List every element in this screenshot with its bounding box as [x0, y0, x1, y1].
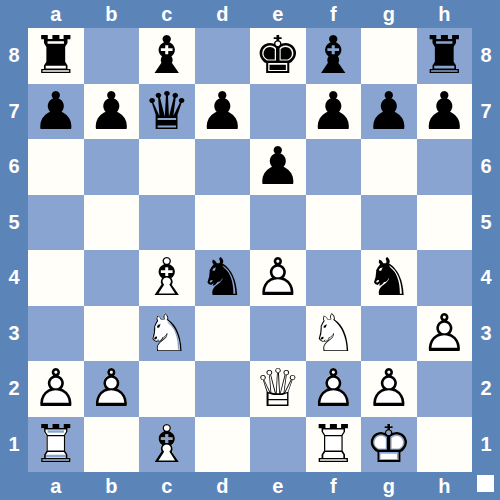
square-d3[interactable]	[195, 306, 251, 362]
piece-white-king[interactable]: ♚♔	[361, 417, 417, 473]
square-g6[interactable]	[361, 139, 417, 195]
piece-fill-layer: ♟	[306, 84, 362, 140]
square-e6[interactable]: ♟	[250, 139, 306, 195]
square-f4[interactable]	[306, 250, 362, 306]
square-h4[interactable]	[417, 250, 473, 306]
rank-label-3-left: 3	[0, 306, 28, 362]
piece-fill-layer: ♟	[195, 84, 251, 140]
square-g3[interactable]	[361, 306, 417, 362]
piece-outline-layer: ♖	[28, 417, 84, 473]
rank-label-5-left: 5	[0, 195, 28, 251]
piece-black-queen[interactable]: ♛	[139, 84, 195, 140]
square-g8[interactable]	[361, 28, 417, 84]
piece-outline-layer: ♘	[306, 306, 362, 362]
file-label-b-bottom: b	[84, 472, 140, 500]
square-a8[interactable]: ♜	[28, 28, 84, 84]
piece-black-pawn[interactable]: ♟	[28, 84, 84, 140]
square-b6[interactable]	[84, 139, 140, 195]
rank-label-8-right: 8	[472, 28, 500, 84]
rank-label-8-left: 8	[0, 28, 28, 84]
white-to-move-indicator	[477, 475, 494, 492]
square-f7[interactable]: ♟	[306, 84, 362, 140]
rank-label-6-left: 6	[0, 139, 28, 195]
piece-black-pawn[interactable]: ♟	[250, 139, 306, 195]
piece-white-bishop[interactable]: ♝♗	[139, 417, 195, 473]
square-g5[interactable]	[361, 195, 417, 251]
piece-fill-layer: ♚	[250, 28, 306, 84]
file-label-a-bottom: a	[28, 472, 84, 500]
piece-fill-layer: ♞	[195, 250, 251, 306]
piece-fill-layer: ♟	[417, 84, 473, 140]
piece-black-pawn[interactable]: ♟	[306, 84, 362, 140]
square-b8[interactable]	[84, 28, 140, 84]
square-b2[interactable]: ♟♙	[84, 361, 140, 417]
piece-white-pawn[interactable]: ♟♙	[306, 361, 362, 417]
square-c8[interactable]: ♝	[139, 28, 195, 84]
piece-fill-layer: ♝	[139, 28, 195, 84]
square-e8[interactable]: ♚	[250, 28, 306, 84]
piece-white-rook[interactable]: ♜♖	[306, 417, 362, 473]
piece-white-knight[interactable]: ♞♘	[306, 306, 362, 362]
piece-outline-layer: ♙	[361, 361, 417, 417]
piece-fill-layer: ♞	[361, 250, 417, 306]
file-label-e-bottom: e	[250, 472, 306, 500]
piece-white-pawn[interactable]: ♟♙	[250, 250, 306, 306]
square-e1[interactable]	[250, 417, 306, 473]
rank-label-2-right: 2	[472, 361, 500, 417]
piece-fill-layer: ♜	[28, 28, 84, 84]
square-a1[interactable]: ♜♖	[28, 417, 84, 473]
file-label-c-top: c	[139, 0, 195, 28]
piece-white-pawn[interactable]: ♟♙	[84, 361, 140, 417]
square-a7[interactable]: ♟	[28, 84, 84, 140]
square-d4[interactable]: ♞	[195, 250, 251, 306]
square-f2[interactable]: ♟♙	[306, 361, 362, 417]
rank-label-1-right: 1	[472, 417, 500, 473]
piece-outline-layer: ♕	[250, 361, 306, 417]
file-label-d-bottom: d	[195, 472, 251, 500]
square-b3[interactable]	[84, 306, 140, 362]
piece-black-pawn[interactable]: ♟	[417, 84, 473, 140]
file-label-g-bottom: g	[361, 472, 417, 500]
square-b4[interactable]	[84, 250, 140, 306]
square-c2[interactable]	[139, 361, 195, 417]
piece-outline-layer: ♘	[139, 306, 195, 362]
piece-black-bishop[interactable]: ♝	[139, 28, 195, 84]
square-g2[interactable]: ♟♙	[361, 361, 417, 417]
square-e2[interactable]: ♛♕	[250, 361, 306, 417]
piece-white-knight[interactable]: ♞♘	[139, 306, 195, 362]
piece-white-pawn[interactable]: ♟♙	[28, 361, 84, 417]
rank-labels-right: 87654321	[472, 28, 500, 472]
piece-outline-layer: ♙	[28, 361, 84, 417]
square-h2[interactable]	[417, 361, 473, 417]
square-b5[interactable]	[84, 195, 140, 251]
square-h1[interactable]	[417, 417, 473, 473]
square-d1[interactable]	[195, 417, 251, 473]
rank-labels-left: 87654321	[0, 28, 28, 472]
piece-outline-layer: ♙	[250, 250, 306, 306]
piece-black-rook[interactable]: ♜	[417, 28, 473, 84]
piece-white-pawn[interactable]: ♟♙	[361, 361, 417, 417]
square-h8[interactable]: ♜	[417, 28, 473, 84]
rank-label-4-left: 4	[0, 250, 28, 306]
square-c6[interactable]	[139, 139, 195, 195]
file-label-e-top: e	[250, 0, 306, 28]
square-e4[interactable]: ♟♙	[250, 250, 306, 306]
piece-white-pawn[interactable]: ♟♙	[417, 306, 473, 362]
chess-board: ♜♝♚♝♜♟♟♛♟♟♟♟♟♝♗♞♟♙♞♞♘♞♘♟♙♟♙♟♙♛♕♟♙♟♙♜♖♝♗♜…	[28, 28, 472, 472]
square-g1[interactable]: ♚♔	[361, 417, 417, 473]
file-label-f-bottom: f	[306, 472, 362, 500]
piece-fill-layer: ♟	[361, 84, 417, 140]
square-c5[interactable]	[139, 195, 195, 251]
piece-outline-layer: ♔	[361, 417, 417, 473]
piece-outline-layer: ♗	[139, 250, 195, 306]
piece-fill-layer: ♟	[28, 84, 84, 140]
rank-label-1-left: 1	[0, 417, 28, 473]
square-d5[interactable]	[195, 195, 251, 251]
file-label-b-top: b	[84, 0, 140, 28]
piece-white-bishop[interactable]: ♝♗	[139, 250, 195, 306]
file-label-d-top: d	[195, 0, 251, 28]
file-label-g-top: g	[361, 0, 417, 28]
square-c1[interactable]: ♝♗	[139, 417, 195, 473]
piece-black-pawn[interactable]: ♟	[84, 84, 140, 140]
file-labels-bottom: abcdefgh	[28, 472, 472, 500]
piece-fill-layer: ♝	[306, 28, 362, 84]
square-e5[interactable]	[250, 195, 306, 251]
file-labels-top: abcdefgh	[28, 0, 472, 28]
piece-outline-layer: ♙	[84, 361, 140, 417]
square-a5[interactable]	[28, 195, 84, 251]
square-e3[interactable]	[250, 306, 306, 362]
rank-label-5-right: 5	[472, 195, 500, 251]
square-d2[interactable]	[195, 361, 251, 417]
chess-board-frame: abcdefgh abcdefgh 87654321 87654321 ♜♝♚♝…	[0, 0, 500, 500]
piece-outline-layer: ♙	[417, 306, 473, 362]
rank-label-6-right: 6	[472, 139, 500, 195]
piece-black-knight[interactable]: ♞	[195, 250, 251, 306]
rank-label-7-left: 7	[0, 84, 28, 140]
square-g7[interactable]: ♟	[361, 84, 417, 140]
square-f8[interactable]: ♝	[306, 28, 362, 84]
piece-black-rook[interactable]: ♜	[28, 28, 84, 84]
square-g4[interactable]: ♞	[361, 250, 417, 306]
square-b7[interactable]: ♟	[84, 84, 140, 140]
piece-fill-layer: ♜	[417, 28, 473, 84]
file-label-h-top: h	[417, 0, 473, 28]
square-c7[interactable]: ♛	[139, 84, 195, 140]
piece-black-king[interactable]: ♚	[250, 28, 306, 84]
piece-fill-layer: ♟	[84, 84, 140, 140]
piece-fill-layer: ♛	[139, 84, 195, 140]
piece-outline-layer: ♗	[139, 417, 195, 473]
rank-label-4-right: 4	[472, 250, 500, 306]
square-a3[interactable]	[28, 306, 84, 362]
square-f3[interactable]: ♞♘	[306, 306, 362, 362]
square-h6[interactable]	[417, 139, 473, 195]
piece-white-rook[interactable]: ♜♖	[28, 417, 84, 473]
square-d6[interactable]	[195, 139, 251, 195]
square-d8[interactable]	[195, 28, 251, 84]
square-h7[interactable]: ♟	[417, 84, 473, 140]
file-label-a-top: a	[28, 0, 84, 28]
square-f6[interactable]	[306, 139, 362, 195]
rank-label-7-right: 7	[472, 84, 500, 140]
square-a6[interactable]	[28, 139, 84, 195]
square-e7[interactable]	[250, 84, 306, 140]
piece-outline-layer: ♙	[306, 361, 362, 417]
square-c4[interactable]: ♝♗	[139, 250, 195, 306]
piece-fill-layer: ♟	[250, 139, 306, 195]
square-f1[interactable]: ♜♖	[306, 417, 362, 473]
piece-black-bishop[interactable]: ♝	[306, 28, 362, 84]
square-a2[interactable]: ♟♙	[28, 361, 84, 417]
rank-label-2-left: 2	[0, 361, 28, 417]
square-h5[interactable]	[417, 195, 473, 251]
square-b1[interactable]	[84, 417, 140, 473]
square-f5[interactable]	[306, 195, 362, 251]
piece-outline-layer: ♖	[306, 417, 362, 473]
piece-black-pawn[interactable]: ♟	[195, 84, 251, 140]
square-h3[interactable]: ♟♙	[417, 306, 473, 362]
square-a4[interactable]	[28, 250, 84, 306]
square-d7[interactable]: ♟	[195, 84, 251, 140]
file-label-c-bottom: c	[139, 472, 195, 500]
piece-white-queen[interactable]: ♛♕	[250, 361, 306, 417]
file-label-f-top: f	[306, 0, 362, 28]
rank-label-3-right: 3	[472, 306, 500, 362]
file-label-h-bottom: h	[417, 472, 473, 500]
piece-black-pawn[interactable]: ♟	[361, 84, 417, 140]
square-c3[interactable]: ♞♘	[139, 306, 195, 362]
piece-black-knight[interactable]: ♞	[361, 250, 417, 306]
